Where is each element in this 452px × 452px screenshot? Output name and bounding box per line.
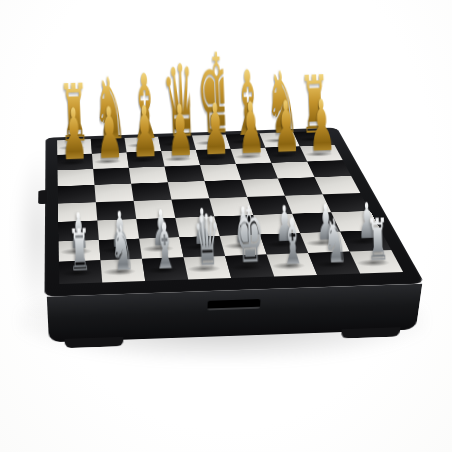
square-a5[interactable] [58,185,96,203]
square-f7[interactable]: ♟ [231,148,272,164]
gold-pawn-f7[interactable]: ♟ [236,95,267,160]
silver-bishop-c1[interactable]: ♝ [147,216,183,275]
square-b6[interactable] [93,168,131,185]
hinge-tab [38,190,47,204]
square-c6[interactable] [129,166,168,183]
square-g1[interactable]: ♞ [308,252,360,275]
square-c7[interactable]: ♟ [127,151,165,167]
silver-knight-g1[interactable]: ♞ [317,212,353,269]
silver-queen-d1[interactable]: ♛ [189,209,225,273]
square-f1[interactable]: ♝ [267,253,317,276]
silver-rook-a1[interactable]: ♜ [62,225,98,278]
square-e7[interactable]: ♟ [196,149,236,165]
square-a7[interactable]: ♟ [57,154,93,171]
square-h7[interactable]: ♟ [300,145,343,161]
square-d7[interactable]: ♟ [161,150,200,166]
square-e1[interactable]: ♚ [225,255,274,278]
chess-board: ♜♞♝♛♚♝♞♜♟♟♟♟♟♟♟♟♟♟♟♟♟♟♟♟♜♞♝♛♚♝♞♜ [45,128,425,297]
square-c1[interactable]: ♝ [142,258,188,281]
perspective-stage: ♜♞♝♛♚♝♞♜♟♟♟♟♟♟♟♟♟♟♟♟♟♟♟♟♜♞♝♛♚♝♞♜ [20,11,400,391]
square-b1[interactable]: ♞ [101,259,146,283]
square-e6[interactable] [200,164,241,181]
chess-set-photo: ♜♞♝♛♚♝♞♜♟♟♟♟♟♟♟♟♟♟♟♟♟♟♟♟♜♞♝♛♚♝♞♜ [0,0,452,452]
gold-pawn-h7[interactable]: ♟ [306,93,337,158]
board-front-edge [47,284,423,343]
board-foot-right [341,327,401,338]
latch-slot[interactable] [207,299,260,310]
board-foot-left [65,337,124,348]
square-g7[interactable]: ♟ [265,146,307,162]
board-grid: ♜♞♝♛♚♝♞♜♟♟♟♟♟♟♟♟♟♟♟♟♟♟♟♟♜♞♝♛♚♝♞♜ [57,131,403,284]
square-c5[interactable] [131,182,171,200]
gold-pawn-d7[interactable]: ♟ [165,97,196,162]
gold-pawn-e7[interactable]: ♟ [200,96,231,161]
square-a6[interactable] [58,169,95,186]
gold-pawn-g7[interactable]: ♟ [271,94,302,159]
square-g6[interactable] [271,161,314,178]
square-d6[interactable] [164,165,204,182]
gold-pawn-b7[interactable]: ♟ [94,100,125,165]
square-d5[interactable] [168,181,209,199]
square-b5[interactable] [94,184,133,202]
square-h6[interactable] [307,160,351,177]
gold-pawn-c7[interactable]: ♟ [130,99,161,164]
silver-rook-h1[interactable]: ♜ [360,214,396,267]
square-b7[interactable]: ♟ [92,152,129,168]
silver-knight-b1[interactable]: ♞ [104,220,140,277]
square-d1[interactable]: ♛ [184,256,232,279]
gold-pawn-a7[interactable]: ♟ [59,101,90,166]
silver-king-e1[interactable]: ♚ [231,202,267,272]
square-h5[interactable] [315,176,361,194]
square-h1[interactable]: ♜ [350,250,403,273]
silver-bishop-f1[interactable]: ♝ [274,212,310,271]
square-a1[interactable]: ♜ [59,260,102,284]
